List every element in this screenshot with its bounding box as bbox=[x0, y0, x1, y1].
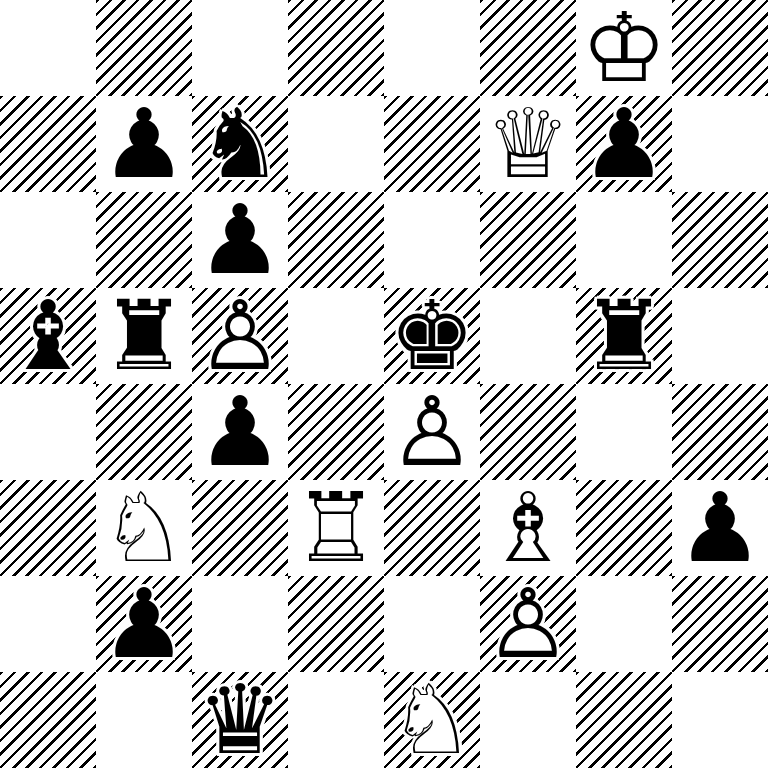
square-g8[interactable]: ♚♔ bbox=[576, 0, 672, 96]
piece-glyph: ♟ bbox=[672, 480, 768, 576]
square-c4[interactable]: ♟♟ bbox=[192, 384, 288, 480]
square-f7[interactable]: ♛♕ bbox=[480, 96, 576, 192]
square-g4[interactable] bbox=[576, 384, 672, 480]
square-c7[interactable]: ♞♞ bbox=[192, 96, 288, 192]
piece-glyph: ♘ bbox=[96, 480, 192, 576]
piece-halo: ♟ bbox=[192, 192, 288, 288]
square-c5[interactable]: ♟♙ bbox=[192, 288, 288, 384]
square-d3[interactable]: ♜♖ bbox=[288, 480, 384, 576]
white-queen: ♛♕ bbox=[480, 96, 576, 192]
white-pawn: ♟♙ bbox=[192, 288, 288, 384]
piece-glyph: ♚ bbox=[384, 288, 480, 384]
piece-halo: ♞ bbox=[96, 480, 192, 576]
square-b4[interactable] bbox=[96, 384, 192, 480]
piece-glyph: ♔ bbox=[576, 0, 672, 96]
piece-glyph: ♕ bbox=[480, 96, 576, 192]
white-pawn: ♟♙ bbox=[384, 384, 480, 480]
piece-halo: ♚ bbox=[576, 0, 672, 96]
piece-glyph: ♜ bbox=[96, 288, 192, 384]
white-knight: ♞♘ bbox=[96, 480, 192, 576]
square-e3[interactable] bbox=[384, 480, 480, 576]
white-pawn: ♟♙ bbox=[480, 576, 576, 672]
piece-glyph: ♙ bbox=[384, 384, 480, 480]
square-f1[interactable] bbox=[480, 672, 576, 768]
piece-glyph: ♙ bbox=[192, 288, 288, 384]
piece-glyph: ♝ bbox=[0, 288, 96, 384]
square-d2[interactable] bbox=[288, 576, 384, 672]
square-h2[interactable] bbox=[672, 576, 768, 672]
square-h4[interactable] bbox=[672, 384, 768, 480]
white-bishop: ♝♗ bbox=[480, 480, 576, 576]
square-d8[interactable] bbox=[288, 0, 384, 96]
square-c1[interactable]: ♛♛ bbox=[192, 672, 288, 768]
square-g2[interactable] bbox=[576, 576, 672, 672]
piece-halo: ♚ bbox=[384, 288, 480, 384]
square-d1[interactable] bbox=[288, 672, 384, 768]
piece-halo: ♟ bbox=[672, 480, 768, 576]
piece-glyph: ♟ bbox=[96, 576, 192, 672]
black-pawn: ♟♟ bbox=[192, 384, 288, 480]
square-b8[interactable] bbox=[96, 0, 192, 96]
square-h1[interactable] bbox=[672, 672, 768, 768]
piece-halo: ♟ bbox=[576, 96, 672, 192]
square-c8[interactable] bbox=[192, 0, 288, 96]
black-king: ♚♚ bbox=[384, 288, 480, 384]
piece-halo: ♝ bbox=[0, 288, 96, 384]
square-h3[interactable]: ♟♟ bbox=[672, 480, 768, 576]
square-b5[interactable]: ♜♜ bbox=[96, 288, 192, 384]
piece-halo: ♟ bbox=[96, 576, 192, 672]
square-c2[interactable] bbox=[192, 576, 288, 672]
piece-halo: ♞ bbox=[384, 672, 480, 768]
square-c3[interactable] bbox=[192, 480, 288, 576]
white-king: ♚♔ bbox=[576, 0, 672, 96]
piece-halo: ♛ bbox=[192, 672, 288, 768]
piece-halo: ♜ bbox=[288, 480, 384, 576]
white-knight: ♞♘ bbox=[384, 672, 480, 768]
square-d6[interactable] bbox=[288, 192, 384, 288]
square-e1[interactable]: ♞♘ bbox=[384, 672, 480, 768]
black-pawn: ♟♟ bbox=[96, 576, 192, 672]
square-d4[interactable] bbox=[288, 384, 384, 480]
piece-glyph: ♙ bbox=[480, 576, 576, 672]
square-f4[interactable] bbox=[480, 384, 576, 480]
square-a8[interactable] bbox=[0, 0, 96, 96]
square-b6[interactable] bbox=[96, 192, 192, 288]
square-h6[interactable] bbox=[672, 192, 768, 288]
square-a1[interactable] bbox=[0, 672, 96, 768]
square-f3[interactable]: ♝♗ bbox=[480, 480, 576, 576]
square-h5[interactable] bbox=[672, 288, 768, 384]
square-e7[interactable] bbox=[384, 96, 480, 192]
square-f6[interactable] bbox=[480, 192, 576, 288]
piece-halo: ♟ bbox=[192, 288, 288, 384]
square-d7[interactable] bbox=[288, 96, 384, 192]
piece-halo: ♞ bbox=[192, 96, 288, 192]
square-a2[interactable] bbox=[0, 576, 96, 672]
piece-glyph: ♗ bbox=[480, 480, 576, 576]
piece-halo: ♟ bbox=[192, 384, 288, 480]
square-g6[interactable] bbox=[576, 192, 672, 288]
square-f8[interactable] bbox=[480, 0, 576, 96]
black-bishop: ♝♝ bbox=[0, 288, 96, 384]
square-e8[interactable] bbox=[384, 0, 480, 96]
black-queen: ♛♛ bbox=[192, 672, 288, 768]
piece-halo: ♟ bbox=[480, 576, 576, 672]
square-a4[interactable] bbox=[0, 384, 96, 480]
square-a3[interactable] bbox=[0, 480, 96, 576]
white-rook: ♜♖ bbox=[288, 480, 384, 576]
square-a6[interactable] bbox=[0, 192, 96, 288]
square-c6[interactable]: ♟♟ bbox=[192, 192, 288, 288]
square-d5[interactable] bbox=[288, 288, 384, 384]
piece-glyph: ♜ bbox=[576, 288, 672, 384]
piece-halo: ♜ bbox=[96, 288, 192, 384]
square-e5[interactable]: ♚♚ bbox=[384, 288, 480, 384]
piece-halo: ♟ bbox=[384, 384, 480, 480]
square-f2[interactable]: ♟♙ bbox=[480, 576, 576, 672]
square-f5[interactable] bbox=[480, 288, 576, 384]
piece-glyph: ♞ bbox=[192, 96, 288, 192]
black-pawn: ♟♟ bbox=[96, 96, 192, 192]
black-pawn: ♟♟ bbox=[576, 96, 672, 192]
piece-halo: ♜ bbox=[576, 288, 672, 384]
square-e4[interactable]: ♟♙ bbox=[384, 384, 480, 480]
square-b1[interactable] bbox=[96, 672, 192, 768]
black-rook: ♜♜ bbox=[96, 288, 192, 384]
square-a5[interactable]: ♝♝ bbox=[0, 288, 96, 384]
square-g7[interactable]: ♟♟ bbox=[576, 96, 672, 192]
square-a7[interactable] bbox=[0, 96, 96, 192]
square-b2[interactable]: ♟♟ bbox=[96, 576, 192, 672]
square-g5[interactable]: ♜♜ bbox=[576, 288, 672, 384]
square-g3[interactable] bbox=[576, 480, 672, 576]
square-b7[interactable]: ♟♟ bbox=[96, 96, 192, 192]
piece-halo: ♟ bbox=[96, 96, 192, 192]
square-e6[interactable] bbox=[384, 192, 480, 288]
piece-halo: ♝ bbox=[480, 480, 576, 576]
chess-board: ♚♔♟♟♞♞♛♕♟♟♟♟♝♝♜♜♟♙♚♚♜♜♟♟♟♙♞♘♜♖♝♗♟♟♟♟♟♙♛♛… bbox=[0, 0, 768, 768]
piece-glyph: ♛ bbox=[192, 672, 288, 768]
square-b3[interactable]: ♞♘ bbox=[96, 480, 192, 576]
piece-glyph: ♟ bbox=[192, 192, 288, 288]
black-pawn: ♟♟ bbox=[192, 192, 288, 288]
piece-halo: ♛ bbox=[480, 96, 576, 192]
square-g1[interactable] bbox=[576, 672, 672, 768]
black-rook: ♜♜ bbox=[576, 288, 672, 384]
square-e2[interactable] bbox=[384, 576, 480, 672]
square-h7[interactable] bbox=[672, 96, 768, 192]
piece-glyph: ♟ bbox=[576, 96, 672, 192]
square-h8[interactable] bbox=[672, 0, 768, 96]
black-pawn: ♟♟ bbox=[672, 480, 768, 576]
piece-glyph: ♘ bbox=[384, 672, 480, 768]
piece-glyph: ♟ bbox=[192, 384, 288, 480]
piece-glyph: ♟ bbox=[96, 96, 192, 192]
piece-glyph: ♖ bbox=[288, 480, 384, 576]
black-knight: ♞♞ bbox=[192, 96, 288, 192]
